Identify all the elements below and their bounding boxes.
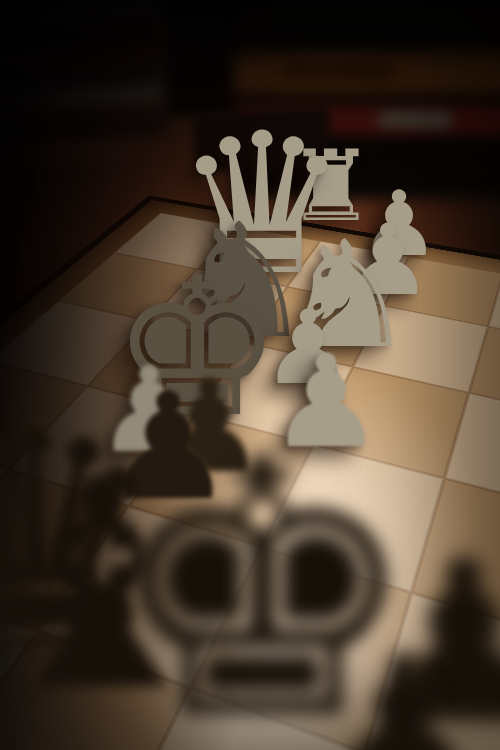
black-pawn-piece[interactable]: ♟ xyxy=(321,632,487,750)
pieces-layer: ♛♜♟♟♞♞♚♟♟♟♟♟♛♝♚♟♟ xyxy=(0,0,500,750)
chess-photo-scene: ♛♜♟♟♞♞♚♟♟♟♟♟♛♝♚♟♟ xyxy=(0,0,500,750)
